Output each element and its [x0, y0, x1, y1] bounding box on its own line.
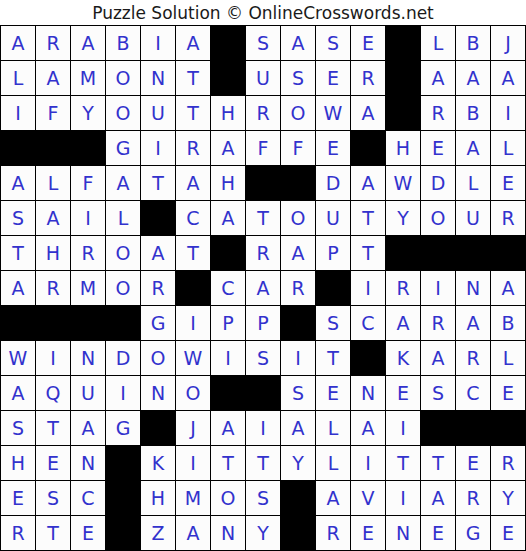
black-cell: [281, 306, 315, 340]
grid-cell: Y: [386, 201, 420, 235]
black-cell: [176, 271, 210, 305]
grid-cell: S: [1, 411, 35, 445]
grid-cell: Y: [491, 481, 525, 515]
grid-cell: N: [456, 271, 490, 305]
black-cell: [316, 271, 350, 305]
black-cell: [456, 411, 490, 445]
grid-cell: I: [246, 411, 280, 445]
grid-cell: F: [36, 96, 70, 130]
grid-cell: I: [176, 446, 210, 480]
grid-cell: R: [421, 96, 455, 130]
grid-cell: R: [491, 201, 525, 235]
grid-cell: I: [386, 411, 420, 445]
grid-cell: N: [71, 341, 105, 375]
black-cell: [141, 411, 175, 445]
grid-cell: L: [491, 131, 525, 165]
grid-cell: J: [491, 26, 525, 60]
black-cell: [106, 516, 140, 550]
black-cell: [211, 26, 245, 60]
black-cell: [211, 376, 245, 410]
grid-cell: T: [211, 446, 245, 480]
grid-cell: N: [71, 446, 105, 480]
grid-cell: A: [211, 411, 245, 445]
grid-cell: W: [316, 96, 350, 130]
black-cell: [211, 61, 245, 95]
black-cell: [386, 61, 420, 95]
grid-cell: U: [141, 96, 175, 130]
grid-cell: R: [36, 271, 70, 305]
grid-cell: R: [71, 236, 105, 270]
grid-cell: W: [1, 341, 35, 375]
grid-cell: S: [316, 26, 350, 60]
grid-cell: G: [141, 306, 175, 340]
grid-cell: I: [281, 341, 315, 375]
grid-cell: A: [316, 481, 350, 515]
grid-cell: P: [246, 306, 280, 340]
black-cell: [246, 166, 280, 200]
grid-cell: B: [106, 26, 140, 60]
grid-cell: A: [211, 131, 245, 165]
page-title: Puzzle Solution © OnlineCrosswords.net: [0, 0, 526, 25]
grid-cell: D: [106, 341, 140, 375]
grid-cell: H: [1, 446, 35, 480]
grid-cell: S: [421, 376, 455, 410]
grid-cell: B: [456, 26, 490, 60]
grid-cell: B: [456, 96, 490, 130]
grid-cell: R: [386, 271, 420, 305]
grid-cell: E: [491, 516, 525, 550]
black-cell: [456, 236, 490, 270]
black-cell: [141, 201, 175, 235]
grid-cell: I: [351, 271, 385, 305]
grid-cell: S: [281, 61, 315, 95]
grid-cell: L: [1, 61, 35, 95]
grid-cell: U: [71, 376, 105, 410]
grid-cell: E: [421, 516, 455, 550]
grid-cell: O: [106, 96, 140, 130]
grid-cell: A: [176, 516, 210, 550]
grid-cell: A: [71, 411, 105, 445]
grid-cell: W: [176, 341, 210, 375]
grid-cell: V: [351, 481, 385, 515]
black-cell: [281, 516, 315, 550]
grid-cell: Y: [281, 446, 315, 480]
black-cell: [491, 236, 525, 270]
grid-cell: W: [386, 166, 420, 200]
grid-cell: T: [246, 446, 280, 480]
grid-cell: R: [36, 26, 70, 60]
grid-cell: E: [71, 516, 105, 550]
black-cell: [386, 236, 420, 270]
black-cell: [106, 446, 140, 480]
black-cell: [386, 96, 420, 130]
grid-cell: K: [386, 341, 420, 375]
grid-cell: O: [141, 341, 175, 375]
grid-cell: E: [421, 131, 455, 165]
grid-cell: A: [1, 26, 35, 60]
grid-cell: T: [351, 236, 385, 270]
grid-cell: R: [491, 446, 525, 480]
grid-cell: I: [71, 201, 105, 235]
black-cell: [211, 236, 245, 270]
grid-cell: R: [281, 271, 315, 305]
puzzle-title-text: Puzzle Solution © OnlineCrosswords.net: [92, 3, 434, 23]
grid-cell: E: [1, 481, 35, 515]
grid-cell: A: [386, 306, 420, 340]
grid-cell: A: [281, 236, 315, 270]
grid-cell: Y: [246, 516, 280, 550]
grid-cell: A: [176, 166, 210, 200]
grid-cell: R: [176, 131, 210, 165]
grid-cell: E: [456, 446, 490, 480]
grid-cell: O: [211, 481, 245, 515]
black-cell: [351, 131, 385, 165]
grid-cell: I: [36, 341, 70, 375]
grid-cell: A: [281, 26, 315, 60]
black-cell: [246, 376, 280, 410]
grid-cell: T: [1, 236, 35, 270]
grid-cell: O: [106, 61, 140, 95]
grid-cell: A: [351, 166, 385, 200]
grid-cell: T: [36, 516, 70, 550]
black-cell: [351, 341, 385, 375]
grid-cell: D: [421, 166, 455, 200]
grid-cell: C: [71, 481, 105, 515]
grid-cell: T: [36, 411, 70, 445]
grid-cell: N: [141, 61, 175, 95]
grid-cell: A: [456, 306, 490, 340]
grid-cell: I: [176, 306, 210, 340]
grid-cell: R: [246, 96, 280, 130]
grid-cell: I: [211, 341, 245, 375]
grid-cell: U: [456, 201, 490, 235]
grid-cell: T: [141, 166, 175, 200]
grid-cell: P: [211, 306, 245, 340]
grid-cell: M: [71, 61, 105, 95]
grid-cell: A: [141, 236, 175, 270]
grid-cell: I: [106, 376, 140, 410]
black-cell: [1, 131, 35, 165]
grid-cell: I: [1, 96, 35, 130]
grid-cell: R: [141, 271, 175, 305]
black-cell: [281, 481, 315, 515]
black-cell: [1, 306, 35, 340]
grid-cell: E: [491, 376, 525, 410]
grid-cell: A: [71, 26, 105, 60]
grid-cell: Y: [71, 96, 105, 130]
grid-cell: R: [456, 481, 490, 515]
grid-cell: A: [421, 481, 455, 515]
grid-cell: N: [211, 516, 245, 550]
grid-cell: Z: [141, 516, 175, 550]
grid-cell: L: [491, 341, 525, 375]
grid-cell: C: [176, 201, 210, 235]
grid-cell: L: [316, 411, 350, 445]
grid-cell: C: [456, 376, 490, 410]
grid-cell: A: [211, 201, 245, 235]
grid-cell: H: [386, 131, 420, 165]
grid-cell: M: [176, 481, 210, 515]
grid-cell: R: [421, 306, 455, 340]
grid-cell: L: [36, 166, 70, 200]
grid-cell: H: [211, 96, 245, 130]
black-cell: [106, 481, 140, 515]
grid-cell: A: [1, 271, 35, 305]
grid-cell: H: [141, 481, 175, 515]
grid-cell: I: [386, 481, 420, 515]
grid-cell: L: [421, 26, 455, 60]
grid-cell: F: [246, 131, 280, 165]
grid-cell: L: [456, 166, 490, 200]
grid-cell: R: [351, 61, 385, 95]
black-cell: [36, 131, 70, 165]
grid-cell: N: [141, 376, 175, 410]
black-cell: [491, 411, 525, 445]
grid-cell: E: [351, 26, 385, 60]
grid-cell: R: [316, 516, 350, 550]
grid-cell: O: [281, 201, 315, 235]
grid-cell: E: [316, 376, 350, 410]
grid-cell: A: [36, 201, 70, 235]
grid-cell: B: [491, 306, 525, 340]
grid-cell: E: [351, 516, 385, 550]
grid-cell: H: [36, 236, 70, 270]
grid-cell: I: [491, 96, 525, 130]
grid-cell: T: [176, 61, 210, 95]
grid-cell: O: [106, 271, 140, 305]
grid-cell: U: [246, 61, 280, 95]
grid-cell: U: [316, 201, 350, 235]
black-cell: [71, 131, 105, 165]
grid-cell: A: [491, 271, 525, 305]
grid-cell: A: [1, 166, 35, 200]
black-cell: [36, 306, 70, 340]
grid-cell: H: [211, 166, 245, 200]
grid-cell: D: [316, 166, 350, 200]
grid-cell: S: [246, 26, 280, 60]
grid-cell: S: [36, 481, 70, 515]
grid-cell: A: [456, 131, 490, 165]
grid-cell: J: [176, 411, 210, 445]
grid-cell: G: [106, 411, 140, 445]
grid-cell: A: [421, 61, 455, 95]
grid-cell: P: [316, 236, 350, 270]
grid-cell: F: [71, 166, 105, 200]
grid-cell: F: [281, 131, 315, 165]
grid-cell: I: [421, 271, 455, 305]
black-cell: [281, 166, 315, 200]
crossword-grid: ARABIASASELBJLAMONTUSERAAAIFYOUTHROWARBI…: [0, 25, 526, 551]
grid-cell: S: [316, 306, 350, 340]
grid-cell: E: [491, 166, 525, 200]
grid-cell: T: [316, 341, 350, 375]
grid-cell: R: [456, 341, 490, 375]
grid-cell: A: [351, 411, 385, 445]
grid-cell: G: [456, 516, 490, 550]
grid-cell: C: [351, 306, 385, 340]
grid-cell: I: [351, 446, 385, 480]
grid-cell: E: [316, 131, 350, 165]
grid-cell: I: [141, 26, 175, 60]
grid-cell: I: [141, 131, 175, 165]
grid-cell: A: [1, 376, 35, 410]
grid-cell: S: [1, 201, 35, 235]
grid-cell: T: [386, 446, 420, 480]
grid-cell: A: [491, 61, 525, 95]
grid-cell: R: [1, 516, 35, 550]
grid-cell: T: [246, 201, 280, 235]
grid-cell: A: [36, 61, 70, 95]
grid-cell: O: [106, 236, 140, 270]
black-cell: [421, 411, 455, 445]
grid-cell: E: [386, 376, 420, 410]
grid-cell: N: [351, 376, 385, 410]
grid-cell: O: [421, 201, 455, 235]
grid-cell: T: [421, 446, 455, 480]
grid-cell: Q: [36, 376, 70, 410]
grid-cell: T: [351, 201, 385, 235]
grid-cell: O: [176, 376, 210, 410]
grid-cell: A: [456, 61, 490, 95]
black-cell: [386, 26, 420, 60]
grid-cell: T: [176, 96, 210, 130]
grid-cell: A: [351, 96, 385, 130]
grid-cell: A: [176, 26, 210, 60]
grid-cell: S: [246, 341, 280, 375]
grid-cell: M: [71, 271, 105, 305]
black-cell: [421, 236, 455, 270]
grid-cell: A: [246, 271, 280, 305]
grid-cell: G: [106, 131, 140, 165]
grid-cell: T: [176, 236, 210, 270]
grid-cell: L: [316, 446, 350, 480]
grid-cell: L: [106, 201, 140, 235]
grid-cell: O: [281, 96, 315, 130]
grid-cell: E: [36, 446, 70, 480]
grid-cell: E: [316, 61, 350, 95]
grid-cell: K: [141, 446, 175, 480]
grid-cell: R: [246, 236, 280, 270]
grid-cell: S: [246, 481, 280, 515]
grid-cell: A: [421, 341, 455, 375]
grid-cell: N: [386, 516, 420, 550]
grid-cell: A: [281, 411, 315, 445]
black-cell: [106, 306, 140, 340]
grid-cell: S: [281, 376, 315, 410]
grid-cell: C: [211, 271, 245, 305]
black-cell: [71, 306, 105, 340]
grid-cell: A: [106, 166, 140, 200]
